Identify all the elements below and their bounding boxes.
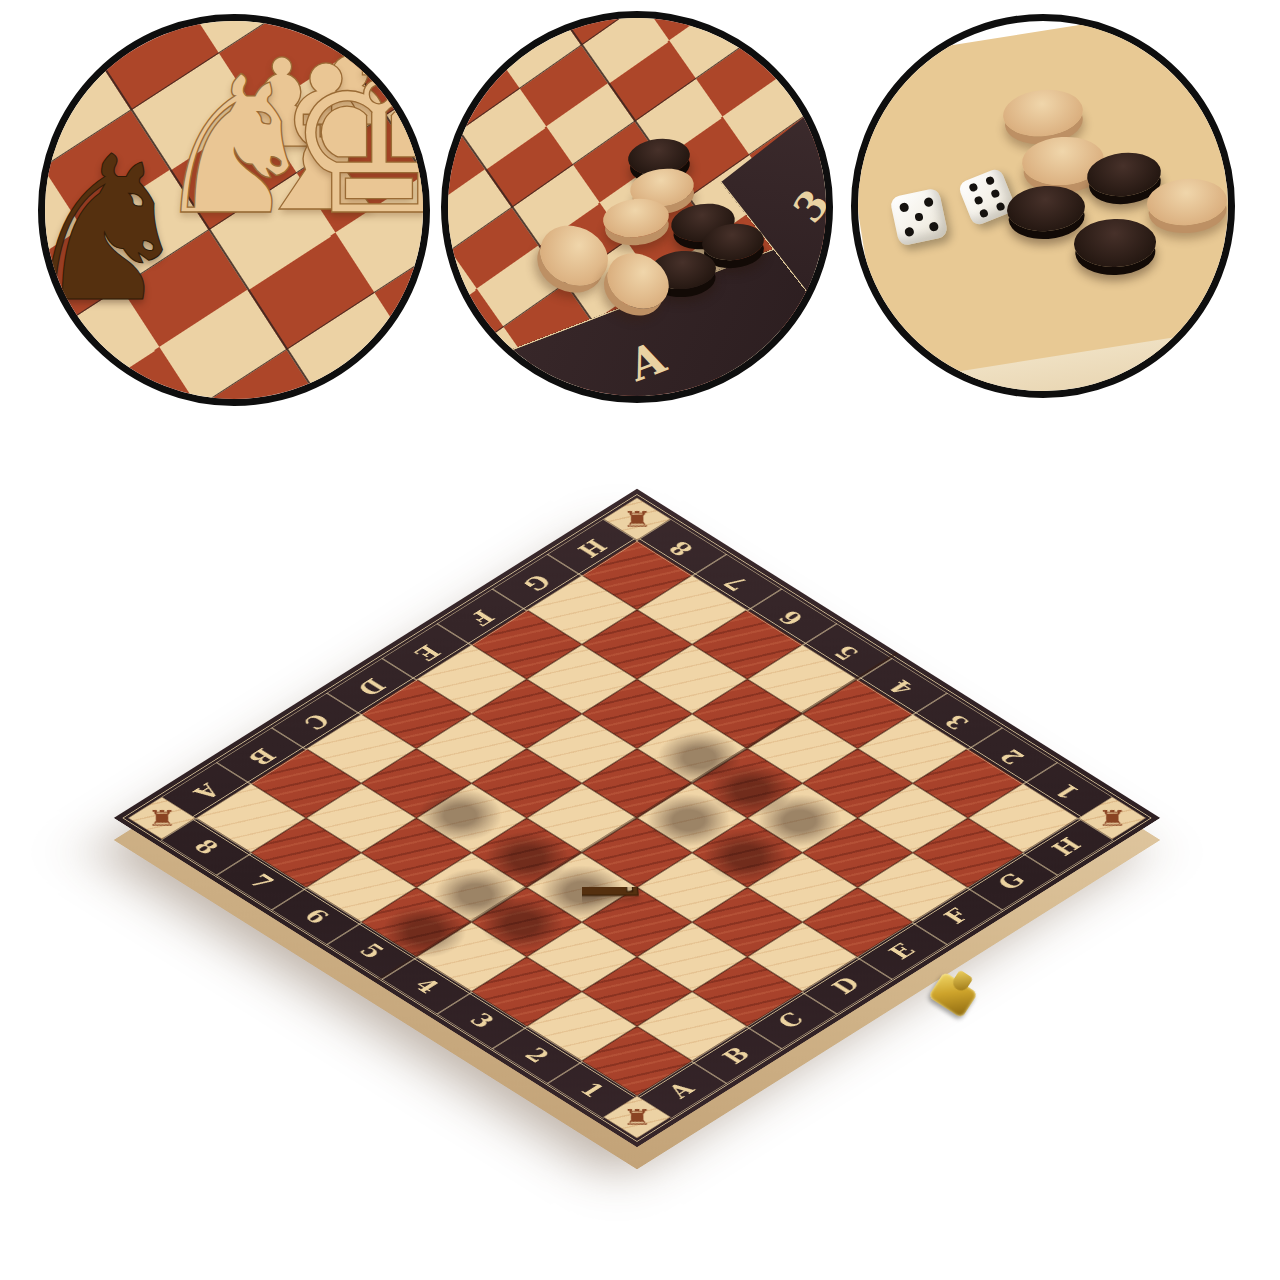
rank-label-text: 3 [940, 710, 975, 732]
file-label-text: C [298, 710, 335, 733]
rank-label-text: 7 [244, 871, 279, 893]
square-b2[interactable] [582, 957, 692, 1026]
rank-label-text: 6 [299, 905, 334, 927]
die-pip [985, 176, 995, 186]
rank-label-text: 3 [465, 1009, 500, 1031]
border-letter-A: A [622, 331, 672, 391]
die-pip [899, 202, 909, 212]
die-pip [914, 212, 924, 222]
square-a3[interactable] [472, 957, 582, 1026]
square-f1[interactable] [858, 853, 968, 922]
rook-icon: ♜ [622, 506, 652, 531]
die-pip [979, 208, 989, 218]
square-e2[interactable] [747, 853, 857, 922]
file-label-text: A [188, 779, 225, 802]
rank-label-text: 1 [575, 1079, 610, 1101]
file-label-text: F [940, 905, 975, 927]
square-a7[interactable] [251, 818, 361, 887]
die-pip [996, 201, 1006, 211]
inset-black-piece: ♞ [38, 135, 195, 325]
black-pawn-glyph: ♟ [464, 803, 582, 928]
rank-label-text: 8 [664, 537, 699, 559]
square-b1[interactable] [637, 992, 747, 1061]
rank-label-text: 7 [719, 572, 754, 594]
chess-board: 8765432187654321HGFEDCBAHGFEDCBA♜♜♜♜♟♟♞♚… [114, 489, 1161, 1148]
die-pip [990, 188, 1000, 198]
file-label-text: C [773, 1009, 810, 1032]
rook-icon: ♜ [147, 805, 177, 830]
inset-checkers-detail: A3 [441, 11, 833, 403]
file-label-text: H [572, 535, 612, 560]
corner-rook-icon: ♜ [603, 1096, 671, 1139]
file-label-text: G [993, 870, 1031, 894]
inset-chess-detail: ♟♟♝♞♚♞ [38, 14, 430, 406]
inset-backgammon-detail [851, 14, 1235, 398]
die-pip [973, 195, 983, 205]
rank-label-text: 2 [520, 1044, 555, 1066]
product-photo-page: 8765432187654321HGFEDCBAHGFEDCBA♜♜♜♜♟♟♞♚… [0, 0, 1280, 1280]
rank-label-text: 4 [885, 676, 920, 698]
file-label-text: E [409, 641, 445, 664]
square-a2[interactable] [527, 992, 637, 1061]
white-bishop-glyph: ♝ [679, 685, 831, 847]
die-pip [904, 227, 914, 237]
rank-label-text: 5 [829, 641, 864, 663]
square-g1[interactable] [913, 818, 1023, 887]
border-number-3: 3 [784, 181, 833, 232]
rank-label-text: 6 [774, 606, 809, 628]
square-c2[interactable] [637, 922, 747, 991]
file-label-text: D [353, 675, 391, 699]
rank-label-text: 8 [189, 836, 224, 858]
rank-label-text: 1 [1050, 780, 1085, 802]
rank-label-text: 5 [354, 940, 389, 962]
rank-label-text: 2 [995, 745, 1030, 767]
file-label-text: F [464, 606, 499, 628]
file-label-text: G [518, 571, 556, 595]
file-label-text: D [828, 974, 866, 998]
square-d1[interactable] [747, 922, 857, 991]
rook-icon: ♜ [622, 1104, 652, 1129]
die-pip [929, 222, 939, 232]
rook-icon: ♜ [1097, 805, 1127, 830]
file-label-text: A [663, 1078, 700, 1101]
square-c1[interactable] [692, 957, 802, 1026]
die-5[interactable] [889, 187, 948, 246]
square-c3[interactable] [582, 887, 692, 956]
rank-label-text: 4 [409, 975, 444, 997]
file-label-text: B [242, 744, 280, 768]
square-a1[interactable] [582, 1026, 692, 1095]
die-pip [968, 183, 978, 193]
square-e1[interactable] [802, 887, 912, 956]
file-label-text: E [884, 940, 920, 963]
file-label-text: H [1048, 834, 1088, 859]
die-pip [924, 197, 934, 207]
square-d2[interactable] [692, 887, 802, 956]
file-label-text: B [718, 1043, 756, 1067]
